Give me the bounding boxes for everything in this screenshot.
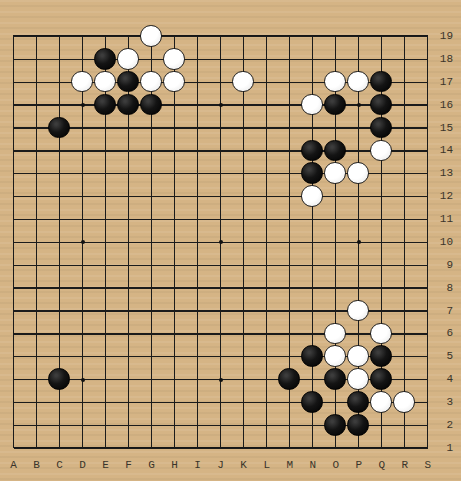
intersection-H2[interactable] (163, 414, 186, 437)
intersection-I13[interactable] (186, 162, 209, 185)
intersection-H4[interactable] (163, 368, 186, 391)
intersection-R11[interactable] (393, 208, 416, 231)
intersection-H7[interactable] (163, 300, 186, 323)
intersection-I11[interactable] (186, 208, 209, 231)
intersection-K6[interactable] (232, 322, 255, 345)
intersection-O9[interactable] (324, 254, 347, 277)
intersection-R7[interactable] (393, 300, 416, 323)
intersection-E17[interactable] (94, 71, 117, 94)
intersection-Q16[interactable] (370, 94, 393, 117)
intersection-G14[interactable] (140, 139, 163, 162)
intersection-J15[interactable] (209, 117, 232, 140)
intersection-G2[interactable] (140, 414, 163, 437)
intersection-P18[interactable] (347, 48, 370, 71)
intersection-B5[interactable] (25, 345, 48, 368)
intersection-N5[interactable] (301, 345, 324, 368)
intersection-O16[interactable] (324, 94, 347, 117)
intersection-L14[interactable] (255, 139, 278, 162)
intersection-J10[interactable] (209, 231, 232, 254)
intersection-P14[interactable] (347, 139, 370, 162)
intersection-N3[interactable] (301, 391, 324, 414)
intersection-J17[interactable] (209, 71, 232, 94)
intersection-N12[interactable] (301, 185, 324, 208)
intersection-F18[interactable] (117, 48, 140, 71)
intersection-K4[interactable] (232, 368, 255, 391)
intersection-C10[interactable] (48, 231, 71, 254)
intersection-B6[interactable] (25, 322, 48, 345)
intersection-B19[interactable] (25, 25, 48, 48)
intersection-B7[interactable] (25, 300, 48, 323)
intersection-J3[interactable] (209, 391, 232, 414)
intersection-G4[interactable] (140, 368, 163, 391)
intersection-E19[interactable] (94, 25, 117, 48)
intersection-Q5[interactable] (370, 345, 393, 368)
intersection-L15[interactable] (255, 117, 278, 140)
intersection-K14[interactable] (232, 139, 255, 162)
intersection-A11[interactable] (2, 208, 25, 231)
intersection-G19[interactable] (140, 25, 163, 48)
intersection-B4[interactable] (25, 368, 48, 391)
intersection-A5[interactable] (2, 345, 25, 368)
intersection-A3[interactable] (2, 391, 25, 414)
intersection-H10[interactable] (163, 231, 186, 254)
intersection-Q3[interactable] (370, 391, 393, 414)
intersection-I6[interactable] (186, 322, 209, 345)
intersection-H5[interactable] (163, 345, 186, 368)
intersection-F14[interactable] (117, 139, 140, 162)
intersection-O17[interactable] (324, 71, 347, 94)
intersection-K18[interactable] (232, 48, 255, 71)
intersection-I17[interactable] (186, 71, 209, 94)
intersection-H13[interactable] (163, 162, 186, 185)
intersection-N2[interactable] (301, 414, 324, 437)
intersection-F4[interactable] (117, 368, 140, 391)
intersection-P5[interactable] (347, 345, 370, 368)
intersection-B2[interactable] (25, 414, 48, 437)
intersection-N17[interactable] (301, 71, 324, 94)
intersection-I19[interactable] (186, 25, 209, 48)
intersection-N4[interactable] (301, 368, 324, 391)
intersection-P10[interactable] (347, 231, 370, 254)
intersection-O2[interactable] (324, 414, 347, 437)
intersection-E10[interactable] (94, 231, 117, 254)
intersection-B11[interactable] (25, 208, 48, 231)
intersection-K15[interactable] (232, 117, 255, 140)
intersection-R16[interactable] (393, 94, 416, 117)
intersection-J11[interactable] (209, 208, 232, 231)
intersection-A10[interactable] (2, 231, 25, 254)
intersection-C19[interactable] (48, 25, 71, 48)
intersection-A15[interactable] (2, 117, 25, 140)
intersection-O3[interactable] (324, 391, 347, 414)
intersection-C17[interactable] (48, 71, 71, 94)
intersection-J14[interactable] (209, 139, 232, 162)
intersection-F16[interactable] (117, 94, 140, 117)
intersection-M10[interactable] (278, 231, 301, 254)
intersection-L12[interactable] (255, 185, 278, 208)
intersection-G18[interactable] (140, 48, 163, 71)
intersection-K8[interactable] (232, 277, 255, 300)
intersection-M13[interactable] (278, 162, 301, 185)
intersection-G5[interactable] (140, 345, 163, 368)
intersection-I18[interactable] (186, 48, 209, 71)
intersection-F10[interactable] (117, 231, 140, 254)
intersection-L11[interactable] (255, 208, 278, 231)
intersection-L18[interactable] (255, 48, 278, 71)
intersection-P6[interactable] (347, 322, 370, 345)
intersection-I15[interactable] (186, 117, 209, 140)
intersection-H18[interactable] (163, 48, 186, 71)
intersection-R4[interactable] (393, 368, 416, 391)
intersection-D9[interactable] (71, 254, 94, 277)
intersection-L10[interactable] (255, 231, 278, 254)
intersection-P17[interactable] (347, 71, 370, 94)
intersection-O4[interactable] (324, 368, 347, 391)
intersection-D8[interactable] (71, 277, 94, 300)
intersection-D10[interactable] (71, 231, 94, 254)
intersection-F15[interactable] (117, 117, 140, 140)
intersection-H11[interactable] (163, 208, 186, 231)
intersection-R6[interactable] (393, 322, 416, 345)
intersection-N14[interactable] (301, 139, 324, 162)
intersection-O15[interactable] (324, 117, 347, 140)
intersection-F6[interactable] (117, 322, 140, 345)
intersection-A14[interactable] (2, 139, 25, 162)
intersection-Q14[interactable] (370, 139, 393, 162)
intersection-L19[interactable] (255, 25, 278, 48)
intersection-P19[interactable] (347, 25, 370, 48)
intersection-R5[interactable] (393, 345, 416, 368)
intersection-E13[interactable] (94, 162, 117, 185)
intersection-P12[interactable] (347, 185, 370, 208)
intersection-E8[interactable] (94, 277, 117, 300)
intersection-R19[interactable] (393, 25, 416, 48)
intersection-M5[interactable] (278, 345, 301, 368)
intersection-H16[interactable] (163, 94, 186, 117)
intersection-P4[interactable] (347, 368, 370, 391)
intersection-L3[interactable] (255, 391, 278, 414)
intersection-L6[interactable] (255, 322, 278, 345)
intersection-L9[interactable] (255, 254, 278, 277)
intersection-C5[interactable] (48, 345, 71, 368)
intersection-J5[interactable] (209, 345, 232, 368)
intersection-J2[interactable] (209, 414, 232, 437)
intersection-J6[interactable] (209, 322, 232, 345)
intersection-G17[interactable] (140, 71, 163, 94)
intersection-C7[interactable] (48, 300, 71, 323)
intersection-K13[interactable] (232, 162, 255, 185)
intersection-D11[interactable] (71, 208, 94, 231)
intersection-D17[interactable] (71, 71, 94, 94)
intersection-Q17[interactable] (370, 71, 393, 94)
intersection-C6[interactable] (48, 322, 71, 345)
intersection-F12[interactable] (117, 185, 140, 208)
intersection-A18[interactable] (2, 48, 25, 71)
intersection-J12[interactable] (209, 185, 232, 208)
intersection-N18[interactable] (301, 48, 324, 71)
intersection-F13[interactable] (117, 162, 140, 185)
intersection-F8[interactable] (117, 277, 140, 300)
intersection-D7[interactable] (71, 300, 94, 323)
intersection-E14[interactable] (94, 139, 117, 162)
intersection-D16[interactable] (71, 94, 94, 117)
intersection-B18[interactable] (25, 48, 48, 71)
intersection-Q7[interactable] (370, 300, 393, 323)
intersection-B9[interactable] (25, 254, 48, 277)
intersection-A7[interactable] (2, 300, 25, 323)
intersection-L17[interactable] (255, 71, 278, 94)
intersection-P3[interactable] (347, 391, 370, 414)
intersection-G3[interactable] (140, 391, 163, 414)
intersection-J8[interactable] (209, 277, 232, 300)
intersection-N16[interactable] (301, 94, 324, 117)
intersection-J9[interactable] (209, 254, 232, 277)
intersection-B16[interactable] (25, 94, 48, 117)
intersection-Q8[interactable] (370, 277, 393, 300)
intersection-B10[interactable] (25, 231, 48, 254)
intersection-M7[interactable] (278, 300, 301, 323)
intersection-P2[interactable] (347, 414, 370, 437)
intersection-R18[interactable] (393, 48, 416, 71)
intersection-Q13[interactable] (370, 162, 393, 185)
intersection-N15[interactable] (301, 117, 324, 140)
intersection-F2[interactable] (117, 414, 140, 437)
intersection-K12[interactable] (232, 185, 255, 208)
intersection-I3[interactable] (186, 391, 209, 414)
intersection-M4[interactable] (278, 368, 301, 391)
intersection-K10[interactable] (232, 231, 255, 254)
intersection-E15[interactable] (94, 117, 117, 140)
intersection-J13[interactable] (209, 162, 232, 185)
intersection-C8[interactable] (48, 277, 71, 300)
intersection-O12[interactable] (324, 185, 347, 208)
intersection-R8[interactable] (393, 277, 416, 300)
intersection-A2[interactable] (2, 414, 25, 437)
intersection-L4[interactable] (255, 368, 278, 391)
intersection-P9[interactable] (347, 254, 370, 277)
intersection-C16[interactable] (48, 94, 71, 117)
intersection-P15[interactable] (347, 117, 370, 140)
intersection-Q4[interactable] (370, 368, 393, 391)
intersection-I9[interactable] (186, 254, 209, 277)
intersection-I4[interactable] (186, 368, 209, 391)
intersection-B15[interactable] (25, 117, 48, 140)
intersection-M16[interactable] (278, 94, 301, 117)
intersection-P7[interactable] (347, 300, 370, 323)
intersection-G10[interactable] (140, 231, 163, 254)
intersection-C13[interactable] (48, 162, 71, 185)
intersection-P13[interactable] (347, 162, 370, 185)
intersection-C3[interactable] (48, 391, 71, 414)
intersection-G9[interactable] (140, 254, 163, 277)
intersection-H6[interactable] (163, 322, 186, 345)
intersection-I5[interactable] (186, 345, 209, 368)
intersection-N9[interactable] (301, 254, 324, 277)
intersection-D14[interactable] (71, 139, 94, 162)
intersection-E5[interactable] (94, 345, 117, 368)
intersection-M17[interactable] (278, 71, 301, 94)
intersection-I7[interactable] (186, 300, 209, 323)
intersection-E3[interactable] (94, 391, 117, 414)
intersection-O10[interactable] (324, 231, 347, 254)
intersection-E7[interactable] (94, 300, 117, 323)
intersection-F7[interactable] (117, 300, 140, 323)
intersection-Q11[interactable] (370, 208, 393, 231)
intersection-G12[interactable] (140, 185, 163, 208)
intersection-R14[interactable] (393, 139, 416, 162)
intersection-E6[interactable] (94, 322, 117, 345)
intersection-L16[interactable] (255, 94, 278, 117)
intersection-O19[interactable] (324, 25, 347, 48)
intersection-G6[interactable] (140, 322, 163, 345)
intersection-E11[interactable] (94, 208, 117, 231)
intersection-J16[interactable] (209, 94, 232, 117)
intersection-P11[interactable] (347, 208, 370, 231)
intersection-J7[interactable] (209, 300, 232, 323)
intersection-K3[interactable] (232, 391, 255, 414)
intersection-C2[interactable] (48, 414, 71, 437)
intersection-D12[interactable] (71, 185, 94, 208)
intersection-R17[interactable] (393, 71, 416, 94)
intersection-D5[interactable] (71, 345, 94, 368)
intersection-F17[interactable] (117, 71, 140, 94)
intersection-O8[interactable] (324, 277, 347, 300)
intersection-E9[interactable] (94, 254, 117, 277)
intersection-L7[interactable] (255, 300, 278, 323)
intersection-R15[interactable] (393, 117, 416, 140)
intersection-O13[interactable] (324, 162, 347, 185)
intersection-R3[interactable] (393, 391, 416, 414)
intersection-K5[interactable] (232, 345, 255, 368)
intersection-M14[interactable] (278, 139, 301, 162)
intersection-B17[interactable] (25, 71, 48, 94)
intersection-A6[interactable] (2, 322, 25, 345)
intersection-B3[interactable] (25, 391, 48, 414)
intersection-D3[interactable] (71, 391, 94, 414)
intersection-B8[interactable] (25, 277, 48, 300)
intersection-F3[interactable] (117, 391, 140, 414)
intersection-A4[interactable] (2, 368, 25, 391)
intersection-C18[interactable] (48, 48, 71, 71)
intersection-Q12[interactable] (370, 185, 393, 208)
intersection-A19[interactable] (2, 25, 25, 48)
intersection-O11[interactable] (324, 208, 347, 231)
intersection-M9[interactable] (278, 254, 301, 277)
intersection-E2[interactable] (94, 414, 117, 437)
intersection-M11[interactable] (278, 208, 301, 231)
intersection-D4[interactable] (71, 368, 94, 391)
intersection-Q10[interactable] (370, 231, 393, 254)
intersection-H17[interactable] (163, 71, 186, 94)
intersection-O18[interactable] (324, 48, 347, 71)
intersection-P8[interactable] (347, 277, 370, 300)
intersection-A12[interactable] (2, 185, 25, 208)
intersection-I10[interactable] (186, 231, 209, 254)
intersection-M12[interactable] (278, 185, 301, 208)
intersection-J19[interactable] (209, 25, 232, 48)
intersection-E16[interactable] (94, 94, 117, 117)
intersection-N13[interactable] (301, 162, 324, 185)
intersection-K9[interactable] (232, 254, 255, 277)
intersection-A8[interactable] (2, 277, 25, 300)
intersection-L8[interactable] (255, 277, 278, 300)
intersection-B13[interactable] (25, 162, 48, 185)
intersection-A9[interactable] (2, 254, 25, 277)
intersection-A16[interactable] (2, 94, 25, 117)
intersection-K16[interactable] (232, 94, 255, 117)
intersection-K11[interactable] (232, 208, 255, 231)
intersection-D2[interactable] (71, 414, 94, 437)
intersection-M19[interactable] (278, 25, 301, 48)
intersection-L5[interactable] (255, 345, 278, 368)
intersection-Q9[interactable] (370, 254, 393, 277)
intersection-C9[interactable] (48, 254, 71, 277)
intersection-M15[interactable] (278, 117, 301, 140)
intersection-E12[interactable] (94, 185, 117, 208)
intersection-K17[interactable] (232, 71, 255, 94)
intersection-G13[interactable] (140, 162, 163, 185)
intersection-R10[interactable] (393, 231, 416, 254)
intersection-B12[interactable] (25, 185, 48, 208)
intersection-M18[interactable] (278, 48, 301, 71)
intersection-G7[interactable] (140, 300, 163, 323)
intersection-F5[interactable] (117, 345, 140, 368)
intersection-L13[interactable] (255, 162, 278, 185)
intersection-I12[interactable] (186, 185, 209, 208)
intersection-A13[interactable] (2, 162, 25, 185)
intersection-H3[interactable] (163, 391, 186, 414)
intersection-F9[interactable] (117, 254, 140, 277)
intersection-H14[interactable] (163, 139, 186, 162)
intersection-O14[interactable] (324, 139, 347, 162)
intersection-F19[interactable] (117, 25, 140, 48)
intersection-N7[interactable] (301, 300, 324, 323)
intersection-H12[interactable] (163, 185, 186, 208)
intersection-E18[interactable] (94, 48, 117, 71)
intersection-G11[interactable] (140, 208, 163, 231)
intersection-O5[interactable] (324, 345, 347, 368)
intersection-I16[interactable] (186, 94, 209, 117)
intersection-H8[interactable] (163, 277, 186, 300)
intersection-F11[interactable] (117, 208, 140, 231)
intersection-N11[interactable] (301, 208, 324, 231)
intersection-R13[interactable] (393, 162, 416, 185)
intersection-C11[interactable] (48, 208, 71, 231)
intersection-M6[interactable] (278, 322, 301, 345)
intersection-A17[interactable] (2, 71, 25, 94)
intersection-N19[interactable] (301, 25, 324, 48)
intersection-Q2[interactable] (370, 414, 393, 437)
intersection-N6[interactable] (301, 322, 324, 345)
intersection-D6[interactable] (71, 322, 94, 345)
intersection-M3[interactable] (278, 391, 301, 414)
intersection-Q6[interactable] (370, 322, 393, 345)
intersection-K7[interactable] (232, 300, 255, 323)
intersection-P16[interactable] (347, 94, 370, 117)
intersection-O6[interactable] (324, 322, 347, 345)
intersection-H9[interactable] (163, 254, 186, 277)
intersection-D18[interactable] (71, 48, 94, 71)
intersection-I14[interactable] (186, 139, 209, 162)
intersection-G16[interactable] (140, 94, 163, 117)
intersection-C15[interactable] (48, 117, 71, 140)
intersection-I8[interactable] (186, 277, 209, 300)
intersection-J18[interactable] (209, 48, 232, 71)
intersection-J4[interactable] (209, 368, 232, 391)
intersection-E4[interactable] (94, 368, 117, 391)
intersection-K2[interactable] (232, 414, 255, 437)
intersection-G15[interactable] (140, 117, 163, 140)
